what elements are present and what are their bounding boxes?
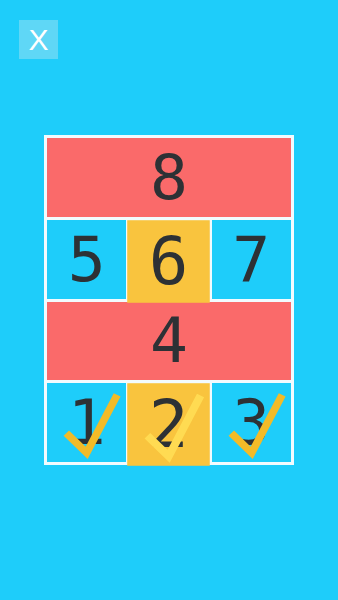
close-button[interactable]: X (19, 20, 58, 59)
cell-value: 7 (232, 228, 270, 291)
cell-value: 2 (149, 392, 189, 458)
cell-3[interactable]: 3 (212, 383, 291, 462)
cell-7[interactable]: 7 (212, 220, 291, 299)
puzzle-board: 8 5 6 7 4 1 2 3 (44, 135, 294, 465)
close-x-label: X (28, 25, 48, 55)
cell-6[interactable]: 6 (128, 220, 211, 302)
cell-2[interactable]: 2 (128, 383, 211, 465)
cell-value: 5 (68, 228, 106, 291)
cell-value: 1 (68, 391, 106, 454)
cell-5[interactable]: 5 (47, 220, 126, 299)
cell-value: 4 (150, 309, 188, 372)
cell-1[interactable]: 1 (47, 383, 126, 462)
cell-value: 6 (149, 228, 189, 294)
cell-8[interactable]: 8 (47, 138, 291, 217)
cell-value: 8 (150, 146, 188, 209)
cell-4[interactable]: 4 (47, 302, 291, 381)
cell-value: 3 (232, 391, 270, 454)
